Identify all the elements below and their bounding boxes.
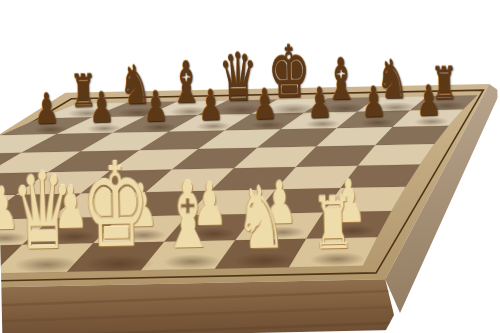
chess-set-photo: ♜♞♝♛♚♝♞♜♟♟♟♟♟♟♟♟♟♟♟♟♟♟♟♟♜♞♝♛♚♝♞♜ [0,0,500,333]
chess-board [0,0,500,333]
board-perspective-wrapper: ♜♞♝♛♚♝♞♜♟♟♟♟♟♟♟♟♟♟♟♟♟♟♟♟♜♞♝♛♚♝♞♜ [0,0,500,333]
